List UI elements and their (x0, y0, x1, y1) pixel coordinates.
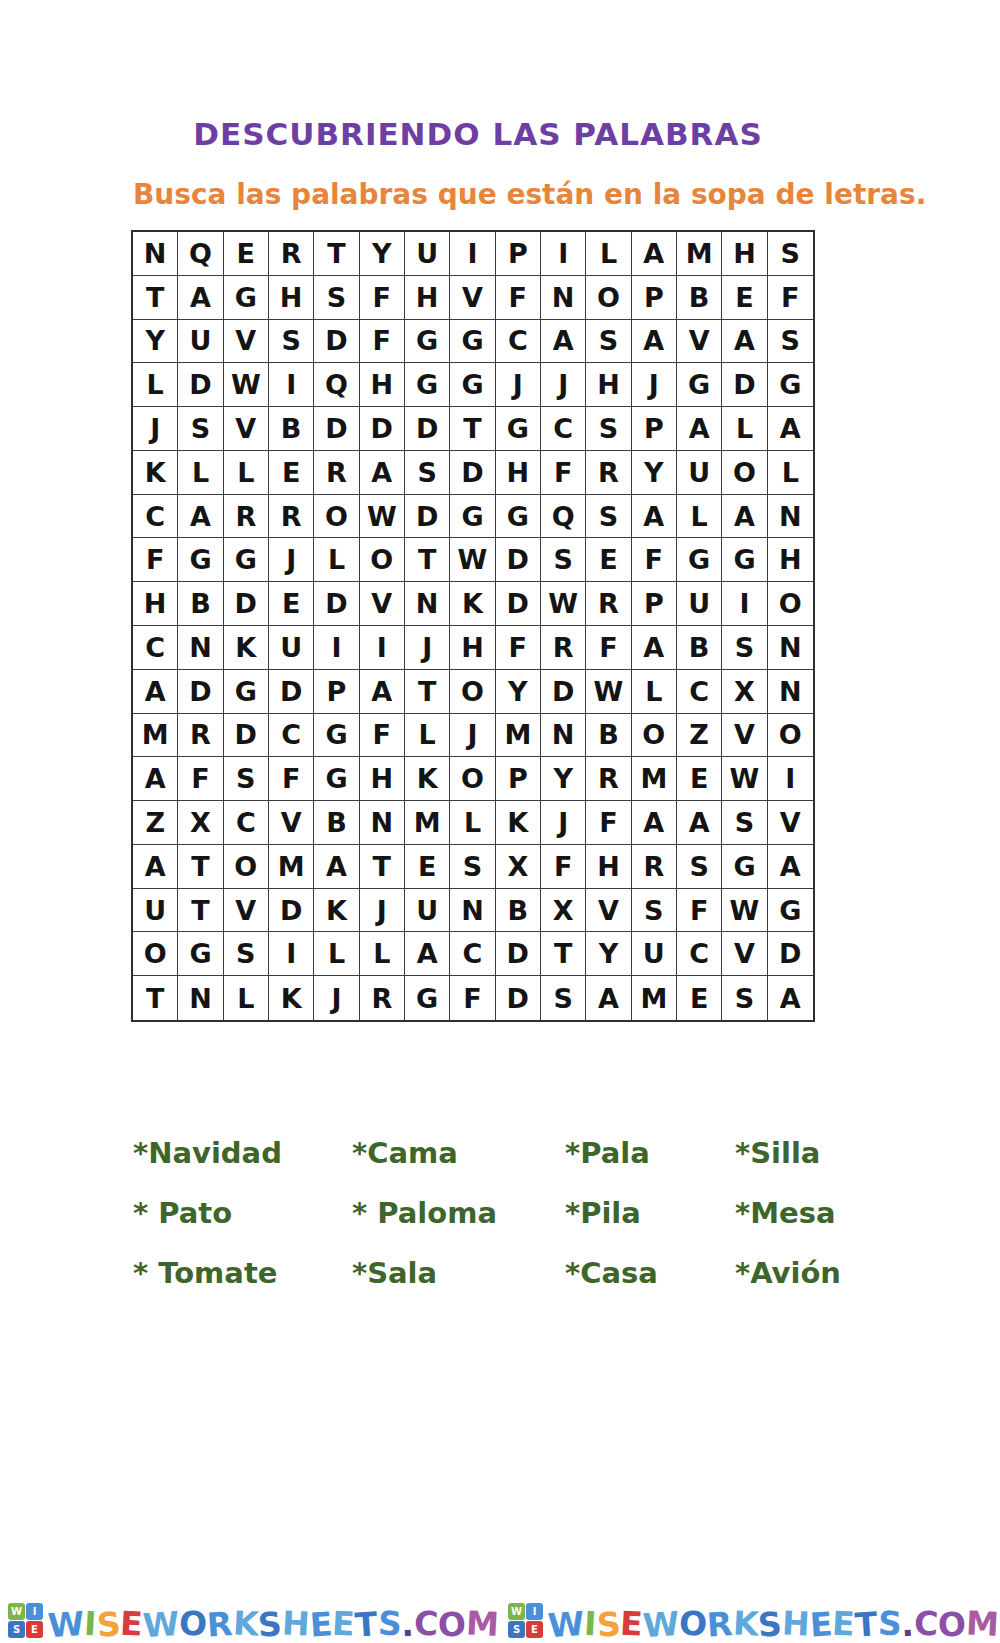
grid-cell[interactable]: L (224, 451, 269, 495)
word-list-item: *Mesa (735, 1196, 841, 1230)
wordmark-letter: O (937, 1607, 967, 1642)
grid-cell[interactable]: Q (178, 232, 223, 276)
grid-cell[interactable]: A (768, 407, 813, 451)
grid-cell[interactable]: Y (541, 757, 586, 801)
grid-cell[interactable]: F (269, 757, 314, 801)
grid-cell[interactable]: C (133, 626, 178, 670)
wordmark-letter: T (854, 1607, 879, 1641)
grid-cell[interactable]: O (133, 932, 178, 976)
grid-cell[interactable]: H (269, 276, 314, 320)
grid-cell[interactable]: P (314, 670, 359, 714)
grid-cell[interactable]: A (632, 495, 677, 539)
grid-cell[interactable]: G (768, 363, 813, 407)
grid-cell[interactable]: F (133, 538, 178, 582)
grid-cell[interactable]: J (450, 714, 495, 758)
grid-cell[interactable]: V (450, 276, 495, 320)
grid-cell[interactable]: D (722, 363, 767, 407)
grid-cell[interactable]: C (269, 714, 314, 758)
grid-cell[interactable]: B (496, 889, 541, 933)
grid-cell[interactable]: B (269, 407, 314, 451)
grid-cell[interactable]: S (405, 451, 450, 495)
grid-cell[interactable]: U (405, 889, 450, 933)
grid-cell[interactable]: R (224, 495, 269, 539)
grid-cell[interactable]: X (496, 845, 541, 889)
grid-cell[interactable]: P (496, 232, 541, 276)
grid-cell[interactable]: F (450, 976, 495, 1020)
grid-cell[interactable]: N (178, 626, 223, 670)
grid-cell[interactable]: A (632, 320, 677, 364)
grid-cell[interactable]: F (496, 626, 541, 670)
grid-cell[interactable]: O (768, 582, 813, 626)
grid-cell[interactable]: I (269, 932, 314, 976)
grid-cell[interactable]: Q (541, 495, 586, 539)
grid-cell[interactable]: D (269, 670, 314, 714)
grid-cell[interactable]: L (722, 407, 767, 451)
grid-cell[interactable]: F (178, 757, 223, 801)
word-list-item: *Avión (735, 1256, 841, 1290)
grid-cell[interactable]: N (768, 670, 813, 714)
grid-cell[interactable]: L (314, 538, 359, 582)
grid-cell[interactable]: C (677, 932, 722, 976)
grid-cell[interactable]: L (677, 495, 722, 539)
wordmark-letter: C (913, 1606, 939, 1640)
grid-cell[interactable]: G (405, 320, 450, 364)
grid-cell[interactable]: H (768, 538, 813, 582)
grid-cell[interactable]: D (541, 670, 586, 714)
grid-cell[interactable]: I (269, 363, 314, 407)
grid-cell[interactable]: R (586, 451, 631, 495)
grid-cell[interactable]: R (269, 495, 314, 539)
grid-cell[interactable]: L (178, 451, 223, 495)
grid-cell[interactable]: K (269, 976, 314, 1020)
grid-cell[interactable]: M (677, 232, 722, 276)
word-list-item: * Tomate (133, 1256, 352, 1290)
word-list-item: *Casa (565, 1256, 735, 1290)
grid-cell[interactable]: G (405, 363, 450, 407)
grid-cell[interactable]: N (768, 626, 813, 670)
grid-cell[interactable]: W (360, 495, 405, 539)
grid-cell[interactable]: N (178, 976, 223, 1020)
grid-cell[interactable]: W (450, 538, 495, 582)
grid-cell[interactable]: M (133, 714, 178, 758)
grid-cell[interactable]: R (586, 582, 631, 626)
grid-cell[interactable]: G (450, 363, 495, 407)
grid-cell[interactable]: L (360, 932, 405, 976)
grid-cell[interactable]: L (450, 801, 495, 845)
grid-cell[interactable]: O (632, 714, 677, 758)
grid-cell[interactable]: A (178, 276, 223, 320)
word-list-item: *Pala (565, 1136, 735, 1170)
grid-cell[interactable]: L (768, 451, 813, 495)
grid-cell[interactable]: V (677, 320, 722, 364)
grid-cell[interactable]: A (632, 801, 677, 845)
grid-cell[interactable]: Z (133, 801, 178, 845)
grid-cell[interactable]: B (677, 276, 722, 320)
grid-cell[interactable]: A (360, 451, 405, 495)
grid-cell[interactable]: A (133, 845, 178, 889)
grid-cell[interactable]: I (360, 626, 405, 670)
grid-cell[interactable]: P (632, 407, 677, 451)
grid-cell[interactable]: F (768, 276, 813, 320)
grid-cell[interactable]: T (178, 889, 223, 933)
grid-cell[interactable]: G (496, 495, 541, 539)
grid-cell[interactable]: R (360, 976, 405, 1020)
grid-cell[interactable]: C (541, 407, 586, 451)
grid-cell[interactable]: N (541, 714, 586, 758)
grid-cell[interactable]: F (586, 801, 631, 845)
grid-cell[interactable]: D (178, 363, 223, 407)
grid-cell[interactable]: R (586, 757, 631, 801)
grid-cell[interactable]: J (541, 801, 586, 845)
site-logo-icon: WISE (8, 1603, 43, 1638)
grid-cell[interactable]: G (450, 320, 495, 364)
grid-cell[interactable]: R (541, 626, 586, 670)
grid-cell[interactable]: G (496, 407, 541, 451)
grid-cell[interactable]: K (224, 626, 269, 670)
grid-cell[interactable]: F (360, 714, 405, 758)
grid-cell[interactable]: W (541, 582, 586, 626)
grid-cell[interactable]: G (314, 757, 359, 801)
grid-cell[interactable]: T (450, 407, 495, 451)
grid-cell[interactable]: N (405, 582, 450, 626)
grid-cell[interactable]: T (405, 670, 450, 714)
grid-cell[interactable]: T (405, 538, 450, 582)
grid-cell[interactable]: Y (632, 451, 677, 495)
grid-cell[interactable]: P (496, 757, 541, 801)
grid-cell[interactable]: V (224, 320, 269, 364)
wordmark-letter: S (96, 1607, 122, 1642)
grid-cell[interactable]: G (405, 976, 450, 1020)
grid-cell[interactable]: V (586, 889, 631, 933)
wordmark-letter: W (142, 1607, 181, 1642)
grid-cell[interactable]: D (496, 932, 541, 976)
grid-cell[interactable]: H (133, 582, 178, 626)
grid-cell[interactable]: S (178, 407, 223, 451)
grid-cell[interactable]: U (677, 451, 722, 495)
grid-cell[interactable]: J (269, 538, 314, 582)
grid-cell[interactable]: S (450, 845, 495, 889)
grid-cell[interactable]: T (178, 845, 223, 889)
grid-cell[interactable]: M (632, 976, 677, 1020)
grid-cell[interactable]: G (224, 538, 269, 582)
grid-cell[interactable]: K (314, 889, 359, 933)
grid-cell[interactable]: O (722, 451, 767, 495)
grid-cell[interactable]: X (541, 889, 586, 933)
wordmark-letter: H (281, 1606, 310, 1640)
wordmark-letter: S (596, 1607, 622, 1642)
wordmark-letter: E (809, 1607, 834, 1641)
grid-cell[interactable]: U (405, 232, 450, 276)
grid-cell[interactable]: S (314, 276, 359, 320)
grid-cell[interactable]: C (450, 932, 495, 976)
grid-cell[interactable]: D (405, 495, 450, 539)
wordmark-letter: E (832, 1606, 856, 1640)
grid-cell[interactable]: N (541, 276, 586, 320)
grid-cell[interactable]: S (269, 320, 314, 364)
grid-cell[interactable]: S (677, 845, 722, 889)
grid-cell[interactable]: N (133, 232, 178, 276)
grid-cell[interactable]: V (768, 801, 813, 845)
grid-cell[interactable]: R (314, 451, 359, 495)
grid-cell[interactable]: T (133, 976, 178, 1020)
grid-cell[interactable]: X (178, 801, 223, 845)
grid-cell[interactable]: W (722, 889, 767, 933)
grid-cell[interactable]: S (632, 889, 677, 933)
grid-cell[interactable]: G (722, 845, 767, 889)
grid-cell[interactable]: D (405, 407, 450, 451)
grid-cell[interactable]: D (768, 932, 813, 976)
grid-cell[interactable]: D (224, 582, 269, 626)
grid-cell[interactable]: U (677, 582, 722, 626)
grid-cell[interactable]: A (768, 845, 813, 889)
grid-cell[interactable]: V (722, 932, 767, 976)
grid-cell[interactable]: J (496, 363, 541, 407)
grid-cell[interactable]: B (586, 714, 631, 758)
grid-cell[interactable]: H (405, 276, 450, 320)
grid-cell[interactable]: N (360, 801, 405, 845)
grid-cell[interactable]: O (450, 670, 495, 714)
grid-cell[interactable]: J (360, 889, 405, 933)
grid-cell[interactable]: J (133, 407, 178, 451)
word-list-item: *Silla (735, 1136, 841, 1170)
grid-cell[interactable]: R (269, 232, 314, 276)
grid-cell[interactable]: M (496, 714, 541, 758)
grid-cell[interactable]: K (133, 451, 178, 495)
grid-cell[interactable]: M (632, 757, 677, 801)
grid-cell[interactable]: Y (586, 932, 631, 976)
grid-cell[interactable]: D (360, 407, 405, 451)
grid-cell[interactable]: A (133, 757, 178, 801)
grid-cell[interactable]: A (586, 976, 631, 1020)
wordmark-letter: K (732, 1606, 759, 1640)
grid-cell[interactable]: C (496, 320, 541, 364)
grid-cell[interactable]: D (496, 582, 541, 626)
grid-cell[interactable]: J (405, 626, 450, 670)
grid-cell[interactable]: Y (496, 670, 541, 714)
grid-cell[interactable]: I (314, 626, 359, 670)
grid-cell[interactable]: D (178, 670, 223, 714)
grid-cell[interactable]: D (224, 714, 269, 758)
grid-cell[interactable]: P (632, 276, 677, 320)
grid-cell[interactable]: S (722, 976, 767, 1020)
grid-cell[interactable]: I (768, 757, 813, 801)
grid-cell[interactable]: A (722, 495, 767, 539)
grid-cell[interactable]: O (360, 538, 405, 582)
grid-cell[interactable]: D (314, 320, 359, 364)
grid-cell[interactable]: V (224, 889, 269, 933)
grid-cell[interactable]: P (632, 582, 677, 626)
grid-cell[interactable]: L (314, 932, 359, 976)
grid-cell[interactable]: Y (133, 320, 178, 364)
grid-cell[interactable]: U (269, 626, 314, 670)
grid-cell[interactable]: R (632, 845, 677, 889)
wordmark-letter: T (354, 1607, 379, 1641)
grid-cell[interactable]: B (677, 626, 722, 670)
grid-cell[interactable]: M (405, 801, 450, 845)
grid-cell[interactable]: G (768, 889, 813, 933)
grid-cell[interactable]: H (586, 845, 631, 889)
grid-cell[interactable]: A (722, 320, 767, 364)
grid-cell[interactable]: O (224, 845, 269, 889)
grid-cell[interactable]: E (677, 976, 722, 1020)
worksheet-page: { "game": "word-search (sopa de letras)"… (0, 0, 1000, 1643)
grid-cell[interactable]: S (586, 495, 631, 539)
grid-cell[interactable]: T (314, 232, 359, 276)
grid-cell[interactable]: D (314, 407, 359, 451)
grid-cell[interactable]: G (677, 363, 722, 407)
grid-cell[interactable]: F (360, 276, 405, 320)
grid-cell[interactable]: L (224, 976, 269, 1020)
grid-cell[interactable]: D (314, 582, 359, 626)
grid-cell[interactable]: J (632, 363, 677, 407)
grid-cell[interactable]: Y (360, 232, 405, 276)
grid-cell[interactable]: G (722, 538, 767, 582)
wordmark-letter: S (257, 1607, 283, 1642)
grid-cell[interactable]: D (269, 889, 314, 933)
grid-cell[interactable]: A (405, 932, 450, 976)
site-logo-wordmark: WISEWISEWORKSHEETS.COM (500, 1603, 1000, 1643)
grid-cell[interactable]: Z (677, 714, 722, 758)
grid-cell[interactable]: O (314, 495, 359, 539)
grid-cell[interactable]: A (677, 407, 722, 451)
grid-cell[interactable]: W (224, 363, 269, 407)
grid-cell[interactable]: E (586, 538, 631, 582)
grid-cell[interactable]: A (133, 670, 178, 714)
grid-cell[interactable]: G (677, 538, 722, 582)
grid-cell[interactable]: U (632, 932, 677, 976)
grid-cell[interactable]: H (722, 232, 767, 276)
grid-cell[interactable]: T (360, 845, 405, 889)
grid-cell[interactable]: A (632, 626, 677, 670)
grid-cell[interactable]: A (360, 670, 405, 714)
grid-cell[interactable]: C (224, 801, 269, 845)
grid-cell[interactable]: E (224, 232, 269, 276)
grid-cell[interactable]: A (314, 845, 359, 889)
wordmark-letter: E (309, 1607, 334, 1641)
grid-cell[interactable]: D (496, 976, 541, 1020)
grid-cell[interactable]: T (133, 276, 178, 320)
grid-cell[interactable]: G (178, 538, 223, 582)
grid-cell[interactable]: V (722, 714, 767, 758)
grid-cell[interactable]: H (586, 363, 631, 407)
grid-cell[interactable]: K (496, 801, 541, 845)
wordmark-letter: E (620, 1606, 644, 1640)
grid-cell[interactable]: V (224, 407, 269, 451)
grid-cell[interactable]: A (632, 232, 677, 276)
grid-cell[interactable]: C (677, 670, 722, 714)
instructions-text: Busca las palabras que están en la sopa … (133, 178, 926, 211)
grid-cell[interactable]: W (586, 670, 631, 714)
word-list-item: *Cama (352, 1136, 565, 1170)
grid-cell[interactable]: L (133, 363, 178, 407)
grid-cell[interactable]: L (632, 670, 677, 714)
grid-cell[interactable]: S (722, 626, 767, 670)
grid-cell[interactable]: M (269, 845, 314, 889)
grid-cell[interactable]: G (178, 932, 223, 976)
grid-cell[interactable]: F (541, 845, 586, 889)
grid-cell[interactable]: G (450, 495, 495, 539)
grid-cell[interactable]: F (360, 320, 405, 364)
grid-cell[interactable]: K (450, 582, 495, 626)
grid-cell[interactable]: K (405, 757, 450, 801)
word-search-grid: NQERTYUIPILAMHSTAGHSFHVFNOPBEFYUVSDFGGCA… (131, 230, 815, 1022)
grid-cell[interactable]: R (178, 714, 223, 758)
grid-cell[interactable]: S (224, 932, 269, 976)
grid-cell[interactable]: G (224, 670, 269, 714)
grid-cell[interactable]: B (314, 801, 359, 845)
grid-cell[interactable]: J (541, 363, 586, 407)
grid-cell[interactable]: L (405, 714, 450, 758)
grid-cell[interactable]: S (541, 538, 586, 582)
grid-cell[interactable]: D (496, 538, 541, 582)
grid-cell[interactable]: S (541, 976, 586, 1020)
grid-cell[interactable]: E (405, 845, 450, 889)
grid-cell[interactable]: Q (314, 363, 359, 407)
grid-cell[interactable]: B (178, 582, 223, 626)
grid-cell[interactable]: A (768, 976, 813, 1020)
grid-cell[interactable]: O (586, 276, 631, 320)
grid-cell[interactable]: H (450, 626, 495, 670)
grid-cell[interactable]: F (586, 626, 631, 670)
grid-cell[interactable]: I (450, 232, 495, 276)
grid-cell[interactable]: E (677, 757, 722, 801)
wordmark-letter: E (332, 1606, 356, 1640)
wordmark-letter: O (437, 1607, 467, 1642)
grid-cell[interactable]: H (360, 757, 405, 801)
grid-cell[interactable]: U (133, 889, 178, 933)
grid-cell[interactable]: X (722, 670, 767, 714)
grid-cell[interactable]: J (314, 976, 359, 1020)
grid-cell[interactable]: A (178, 495, 223, 539)
grid-cell[interactable]: I (722, 582, 767, 626)
grid-cell[interactable]: H (360, 363, 405, 407)
grid-cell[interactable]: N (768, 495, 813, 539)
grid-cell[interactable]: C (133, 495, 178, 539)
grid-cell[interactable]: E (269, 451, 314, 495)
grid-cell[interactable]: G (314, 714, 359, 758)
grid-cell[interactable]: E (269, 582, 314, 626)
grid-cell[interactable]: G (224, 276, 269, 320)
grid-cell[interactable]: I (541, 232, 586, 276)
grid-cell[interactable]: E (722, 276, 767, 320)
grid-cell[interactable]: A (541, 320, 586, 364)
grid-cell[interactable]: S (722, 801, 767, 845)
grid-cell[interactable]: S (768, 232, 813, 276)
grid-cell[interactable]: S (586, 320, 631, 364)
site-logo-wordmark: WISEWISEWORKSHEETS.COM (0, 1603, 500, 1643)
grid-cell[interactable]: H (496, 451, 541, 495)
grid-cell[interactable]: F (677, 889, 722, 933)
grid-cell[interactable]: O (450, 757, 495, 801)
grid-cell[interactable]: V (269, 801, 314, 845)
grid-cell[interactable]: D (450, 451, 495, 495)
grid-cell[interactable]: N (450, 889, 495, 933)
grid-cell[interactable]: S (224, 757, 269, 801)
grid-cell[interactable]: F (632, 538, 677, 582)
grid-cell[interactable]: A (677, 801, 722, 845)
grid-cell[interactable]: W (722, 757, 767, 801)
grid-cell[interactable]: V (360, 582, 405, 626)
page-title: DESCUBRIENDO LAS PALABRAS (0, 116, 956, 152)
grid-cell[interactable]: F (496, 276, 541, 320)
grid-cell[interactable]: S (768, 320, 813, 364)
grid-cell[interactable]: T (541, 932, 586, 976)
grid-cell[interactable]: O (768, 714, 813, 758)
grid-cell[interactable]: L (586, 232, 631, 276)
grid-cell[interactable]: S (586, 407, 631, 451)
grid-cell[interactable]: F (541, 451, 586, 495)
grid-cell[interactable]: U (178, 320, 223, 364)
